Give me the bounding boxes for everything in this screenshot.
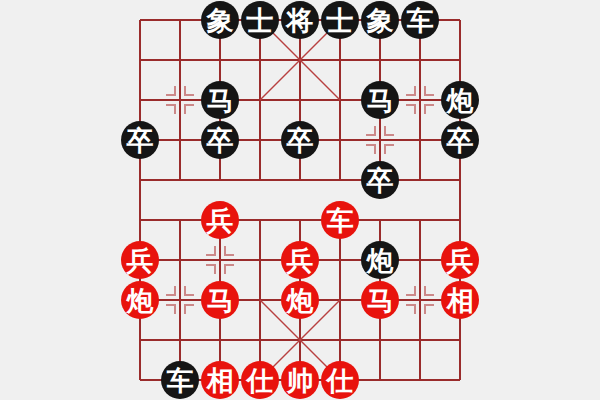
black-soldier[interactable]: 卒 [281, 121, 319, 159]
black-chariot[interactable]: 车 [401, 1, 439, 39]
black-chariot[interactable]: 车 [161, 361, 199, 399]
black-horse[interactable]: 马 [361, 81, 399, 119]
xiangqi-diagram: 象士将士象车马马炮卒卒卒卒卒兵车兵兵炮兵炮马炮马相车相仕帅仕 [0, 0, 600, 400]
black-soldier[interactable]: 卒 [201, 121, 239, 159]
red-horse[interactable]: 马 [361, 281, 399, 319]
red-elephant[interactable]: 相 [201, 361, 239, 399]
black-soldier[interactable]: 卒 [441, 121, 479, 159]
red-soldier[interactable]: 兵 [441, 241, 479, 279]
red-general[interactable]: 帅 [281, 361, 319, 399]
black-advisor[interactable]: 士 [321, 1, 359, 39]
black-elephant[interactable]: 象 [361, 1, 399, 39]
red-soldier[interactable]: 兵 [121, 241, 159, 279]
red-advisor[interactable]: 仕 [241, 361, 279, 399]
red-chariot[interactable]: 车 [321, 201, 359, 239]
red-horse[interactable]: 马 [201, 281, 239, 319]
red-cannon[interactable]: 炮 [281, 281, 319, 319]
black-cannon[interactable]: 炮 [361, 241, 399, 279]
black-horse[interactable]: 马 [201, 81, 239, 119]
piece-layer: 象士将士象车马马炮卒卒卒卒卒兵车兵兵炮兵炮马炮马相车相仕帅仕 [0, 0, 600, 400]
black-elephant[interactable]: 象 [201, 1, 239, 39]
black-cannon[interactable]: 炮 [441, 81, 479, 119]
black-soldier[interactable]: 卒 [361, 161, 399, 199]
red-cannon[interactable]: 炮 [121, 281, 159, 319]
black-general[interactable]: 将 [281, 1, 319, 39]
red-advisor[interactable]: 仕 [321, 361, 359, 399]
black-advisor[interactable]: 士 [241, 1, 279, 39]
red-soldier[interactable]: 兵 [201, 201, 239, 239]
red-soldier[interactable]: 兵 [281, 241, 319, 279]
black-soldier[interactable]: 卒 [121, 121, 159, 159]
red-elephant[interactable]: 相 [441, 281, 479, 319]
